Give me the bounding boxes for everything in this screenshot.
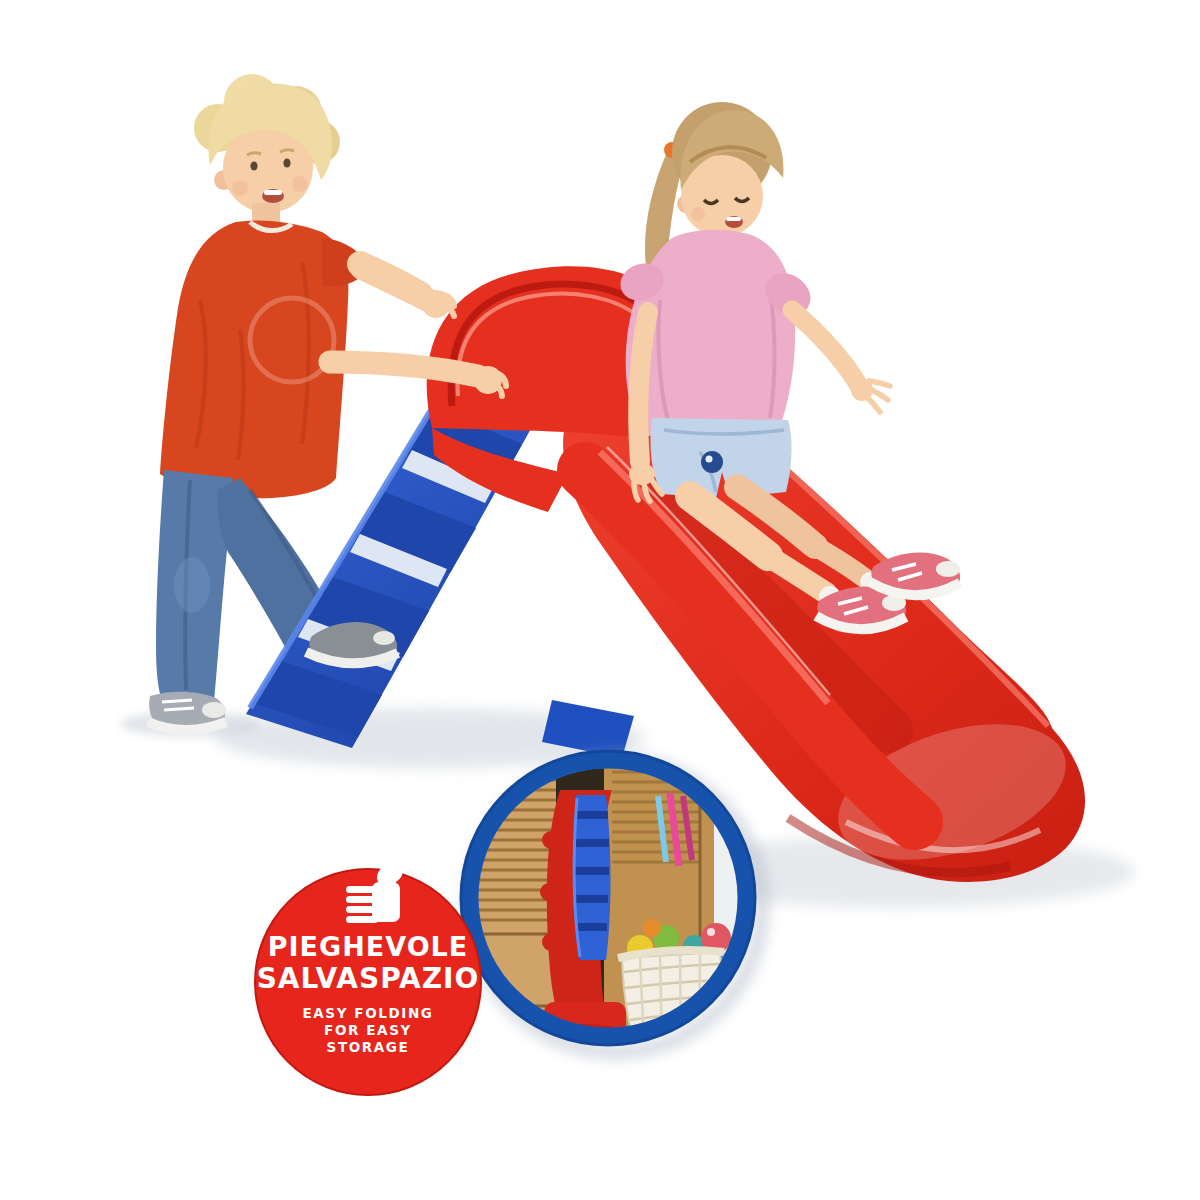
girl-shorts-logo-dot: [706, 456, 713, 463]
girl-left-arm: [792, 310, 858, 384]
girl-left-hand: [851, 379, 890, 412]
boy-teeth: [264, 190, 282, 195]
boy-eye: [250, 161, 257, 170]
boy-jeans-knee-fade: [174, 557, 210, 613]
boy-shoe-left-toe: [202, 702, 226, 718]
fist-stripe: [346, 886, 378, 893]
boy-left-forearm: [330, 362, 478, 376]
fist-stripe: [346, 896, 378, 903]
girl-left-fingers: [864, 381, 890, 412]
badge-title-line1: PIEGHEVOLE: [268, 931, 469, 962]
scene-svg: PIEGHEVOLE SALVASPAZIO EASY FOLDING FOR …: [0, 0, 1200, 1200]
inset-chute-scallop: [540, 883, 558, 901]
inset-ball-highlight: [707, 928, 715, 936]
boy-cheek: [292, 176, 308, 192]
boy-right-forearm: [362, 268, 428, 300]
fist-stripe: [346, 906, 378, 913]
boy-cheek: [232, 180, 248, 196]
fist-stripe: [346, 916, 378, 923]
inset-chute-scallop: [542, 933, 560, 951]
badge-sub-line2: FOR EASY: [324, 1022, 412, 1038]
girl-right-forearm: [638, 312, 648, 462]
girl-shorts-logo: [701, 451, 723, 473]
product-photo-stage: PIEGHEVOLE SALVASPAZIO EASY FOLDING FOR …: [0, 0, 1200, 1200]
boy-shoe-left: [148, 692, 226, 732]
badge-sub-line1: EASY FOLDING: [303, 1005, 434, 1021]
girl-cheek: [691, 207, 705, 221]
boy-shoe-right-toe: [373, 631, 395, 645]
badge-title-line2: SALVASPAZIO: [257, 962, 480, 995]
inset-ball-orange: [643, 919, 661, 937]
inset-chute-scallop: [542, 831, 560, 849]
folding-badge: PIEGHEVOLE SALVASPAZIO EASY FOLDING FOR …: [255, 858, 481, 1095]
girl-shoe-upper-toe: [936, 561, 960, 577]
badge-sub-line3: STORAGE: [327, 1039, 410, 1055]
girl-teeth: [726, 217, 741, 221]
inset-folded-ladder: [573, 795, 610, 960]
boy-eye: [283, 158, 290, 167]
inset-photo: [461, 751, 762, 1062]
